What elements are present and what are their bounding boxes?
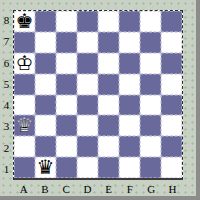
square-b2[interactable] — [35, 136, 56, 157]
square-f6[interactable] — [119, 53, 140, 74]
square-h4[interactable] — [161, 95, 182, 116]
square-a4[interactable] — [14, 95, 35, 116]
white-king-icon: ♔ — [16, 53, 34, 73]
square-d2[interactable] — [77, 136, 98, 157]
square-c7[interactable] — [56, 32, 77, 53]
square-e5[interactable] — [98, 74, 119, 95]
square-h2[interactable] — [161, 136, 182, 157]
rank-label-6: 6 — [0, 53, 13, 74]
square-c2[interactable] — [56, 136, 77, 157]
square-a3[interactable]: ♛♕ — [14, 115, 35, 136]
square-h1[interactable] — [161, 157, 182, 178]
square-f2[interactable] — [119, 136, 140, 157]
square-d8[interactable] — [77, 11, 98, 32]
rank-labels: 87654321 — [0, 10, 13, 180]
square-e1[interactable] — [98, 157, 119, 178]
square-h6[interactable] — [161, 53, 182, 74]
square-f1[interactable] — [119, 157, 140, 178]
square-b6[interactable] — [35, 53, 56, 74]
square-a1[interactable] — [14, 157, 35, 178]
chess-board: ♚♚♔♛♕♛ — [13, 10, 183, 180]
square-f7[interactable] — [119, 32, 140, 53]
square-e3[interactable] — [98, 115, 119, 136]
rank-label-5: 5 — [0, 74, 13, 95]
square-d4[interactable] — [77, 95, 98, 116]
square-e6[interactable] — [98, 53, 119, 74]
square-g5[interactable] — [140, 74, 161, 95]
square-a2[interactable] — [14, 136, 35, 157]
file-label-c: C — [56, 182, 77, 197]
square-h5[interactable] — [161, 74, 182, 95]
piece-white-king[interactable]: ♚♔ — [15, 54, 34, 74]
square-g2[interactable] — [140, 136, 161, 157]
square-c5[interactable] — [56, 74, 77, 95]
square-e8[interactable] — [98, 11, 119, 32]
file-label-f: F — [119, 182, 140, 197]
black-queen-icon: ♛ — [37, 157, 55, 177]
rank-label-1: 1 — [0, 159, 13, 180]
file-labels: ABCDEFGH — [13, 182, 183, 197]
rank-label-4: 4 — [0, 95, 13, 116]
square-b1[interactable]: ♛ — [35, 157, 56, 178]
square-c1[interactable] — [56, 157, 77, 178]
square-c4[interactable] — [56, 95, 77, 116]
square-h8[interactable] — [161, 11, 182, 32]
square-b7[interactable] — [35, 32, 56, 53]
rank-label-3: 3 — [0, 116, 13, 137]
square-d1[interactable] — [77, 157, 98, 178]
square-g1[interactable] — [140, 157, 161, 178]
square-f3[interactable] — [119, 115, 140, 136]
square-d7[interactable] — [77, 32, 98, 53]
square-b5[interactable] — [35, 74, 56, 95]
black-king-icon: ♚ — [16, 11, 34, 31]
square-g3[interactable] — [140, 115, 161, 136]
square-f5[interactable] — [119, 74, 140, 95]
rank-label-8: 8 — [0, 10, 13, 31]
piece-black-queen[interactable]: ♛ — [36, 158, 55, 178]
file-label-g: G — [141, 182, 162, 197]
piece-black-king[interactable]: ♚ — [15, 12, 34, 32]
file-label-d: D — [77, 182, 98, 197]
square-e2[interactable] — [98, 136, 119, 157]
white-queen-icon: ♕ — [16, 115, 34, 135]
rank-label-7: 7 — [0, 31, 13, 52]
square-f4[interactable] — [119, 95, 140, 116]
square-a5[interactable] — [14, 74, 35, 95]
square-b4[interactable] — [35, 95, 56, 116]
square-g7[interactable] — [140, 32, 161, 53]
square-b3[interactable] — [35, 115, 56, 136]
square-a6[interactable]: ♚♔ — [14, 53, 35, 74]
square-b8[interactable] — [35, 11, 56, 32]
square-a7[interactable] — [14, 32, 35, 53]
file-label-a: A — [13, 182, 34, 197]
square-g4[interactable] — [140, 95, 161, 116]
square-h7[interactable] — [161, 32, 182, 53]
piece-white-queen[interactable]: ♛♕ — [15, 116, 34, 136]
square-g8[interactable] — [140, 11, 161, 32]
square-f8[interactable] — [119, 11, 140, 32]
square-e7[interactable] — [98, 32, 119, 53]
square-d5[interactable] — [77, 74, 98, 95]
chess-diagram-frame: 87654321 ♚♚♔♛♕♛ ABCDEFGH — [0, 0, 200, 200]
file-label-e: E — [98, 182, 119, 197]
file-label-h: H — [162, 182, 183, 197]
square-d6[interactable] — [77, 53, 98, 74]
square-e4[interactable] — [98, 95, 119, 116]
rank-label-2: 2 — [0, 138, 13, 159]
square-d3[interactable] — [77, 115, 98, 136]
square-c3[interactable] — [56, 115, 77, 136]
square-c8[interactable] — [56, 11, 77, 32]
file-label-b: B — [34, 182, 55, 197]
square-h3[interactable] — [161, 115, 182, 136]
square-g6[interactable] — [140, 53, 161, 74]
square-a8[interactable]: ♚ — [14, 11, 35, 32]
square-c6[interactable] — [56, 53, 77, 74]
